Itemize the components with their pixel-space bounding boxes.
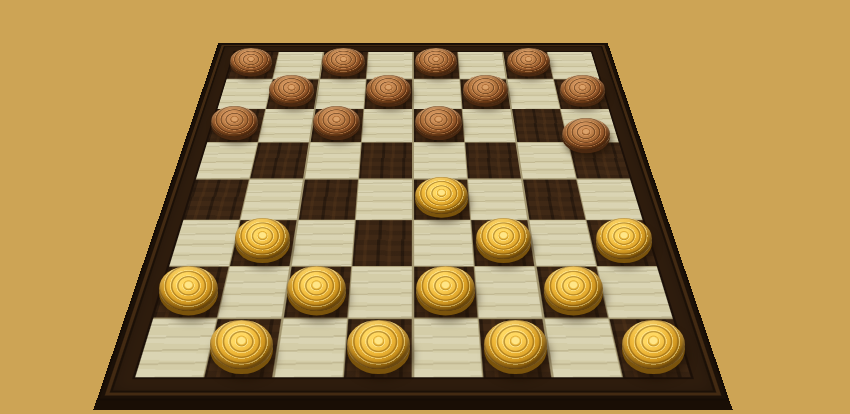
checker-piece-gold[interactable]: ⛂ bbox=[235, 218, 290, 259]
board-square[interactable] bbox=[507, 79, 559, 108]
board-square[interactable] bbox=[251, 143, 309, 179]
checker-piece-gold[interactable]: ⛂ bbox=[210, 320, 273, 370]
checker-piece-gold[interactable]: ⛂ bbox=[544, 266, 603, 311]
checker-piece-gold[interactable]: ⛂ bbox=[287, 266, 346, 311]
board-square[interactable] bbox=[414, 79, 462, 108]
board-square[interactable] bbox=[414, 319, 482, 377]
board-square[interactable] bbox=[259, 109, 314, 141]
board-square[interactable] bbox=[292, 221, 355, 266]
board-square[interactable] bbox=[353, 221, 412, 266]
checker-piece-bronze[interactable]: ⛀ bbox=[269, 75, 314, 103]
board-square[interactable] bbox=[414, 143, 467, 179]
board-square[interactable] bbox=[356, 179, 412, 219]
board-square[interactable] bbox=[184, 179, 249, 219]
checker-piece-gold[interactable]: ⛂ bbox=[622, 320, 685, 370]
board-square[interactable] bbox=[475, 267, 542, 318]
board-square[interactable] bbox=[275, 319, 347, 377]
checker-piece-bronze[interactable]: ⛀ bbox=[313, 106, 360, 137]
board-square[interactable] bbox=[465, 143, 521, 179]
checker-piece-gold[interactable]: ⛂ bbox=[416, 266, 475, 311]
checker-piece-bronze[interactable]: ⛀ bbox=[230, 48, 273, 74]
board-square[interactable] bbox=[359, 143, 412, 179]
checker-piece-gold[interactable]: ⛂ bbox=[415, 177, 467, 214]
checker-piece-bronze[interactable]: ⛀ bbox=[415, 48, 458, 74]
checker-piece-gold[interactable]: ⛂ bbox=[159, 266, 218, 311]
board-square[interactable] bbox=[517, 143, 575, 179]
checker-piece-bronze[interactable]: ⛀ bbox=[463, 75, 508, 103]
board-square[interactable] bbox=[299, 179, 358, 219]
board-square[interactable] bbox=[305, 143, 361, 179]
board-square[interactable] bbox=[349, 267, 412, 318]
checker-piece-gold[interactable]: ⛂ bbox=[347, 320, 410, 370]
board-square[interactable] bbox=[463, 109, 516, 141]
board-square[interactable] bbox=[529, 221, 595, 266]
board-square[interactable] bbox=[512, 109, 567, 141]
board-square[interactable] bbox=[414, 221, 473, 266]
board-square[interactable] bbox=[577, 179, 642, 219]
checker-piece-bronze-moving[interactable]: ⛀ bbox=[562, 118, 610, 150]
board-square[interactable] bbox=[169, 221, 239, 266]
board-square[interactable] bbox=[362, 109, 412, 141]
checker-piece-bronze[interactable]: ⛀ bbox=[366, 75, 411, 103]
board-square[interactable] bbox=[597, 267, 672, 318]
board-square[interactable] bbox=[196, 143, 257, 179]
board-square[interactable] bbox=[241, 179, 303, 219]
board-square[interactable] bbox=[316, 79, 366, 108]
checker-piece-gold[interactable]: ⛂ bbox=[596, 218, 651, 259]
board-square[interactable] bbox=[523, 179, 585, 219]
board-square[interactable] bbox=[219, 267, 290, 318]
board-square[interactable] bbox=[548, 52, 600, 79]
board-square[interactable] bbox=[218, 79, 272, 108]
board-square[interactable] bbox=[544, 319, 621, 377]
checker-piece-bronze[interactable]: ⛀ bbox=[322, 48, 365, 74]
table-surface: ⛀⛀⛀⛀⛀⛀⛀⛀⛀⛀⛀⛀⛂⛂⛂⛂⛂⛂⛂⛂⛂⛂⛂⛂ bbox=[0, 0, 850, 414]
board-square[interactable] bbox=[135, 319, 216, 377]
checker-piece-bronze[interactable]: ⛀ bbox=[560, 75, 605, 103]
checker-piece-bronze[interactable]: ⛀ bbox=[415, 106, 462, 137]
board-square[interactable] bbox=[468, 179, 527, 219]
checker-piece-bronze[interactable]: ⛀ bbox=[211, 106, 258, 137]
checker-piece-bronze[interactable]: ⛀ bbox=[507, 48, 550, 74]
